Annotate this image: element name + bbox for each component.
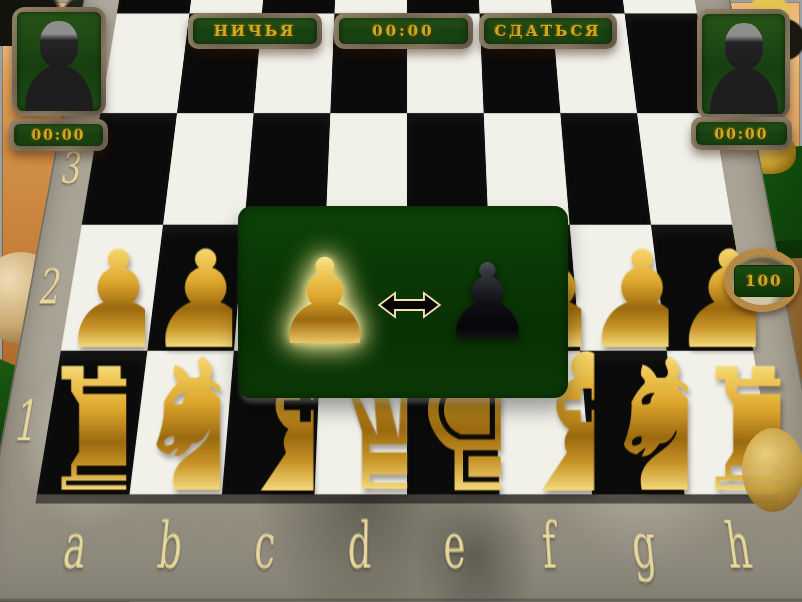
black-pawn-option[interactable]: ♟ [441, 250, 534, 354]
game-window: 87654321abcdefgh ♜♞♝♛♚♝♞♜♟♟♟♟♟♟♟♟♟♟♟♟♟♟♟… [0, 0, 802, 602]
avatar-head-silhouette [40, 21, 78, 67]
file-label-d: d [310, 494, 407, 600]
swap-arrow-icon[interactable] [378, 281, 441, 329]
stake-badge: 100 [734, 265, 794, 297]
avatar-torso-silhouette [25, 65, 93, 111]
resign-button-label: СДАТЬСЯ [494, 22, 601, 40]
stake-value: 100 [745, 272, 782, 290]
file-label-f: f [500, 494, 601, 600]
file-label-c: c [213, 494, 314, 600]
file-label-g: g [592, 494, 698, 600]
left-player-avatar [12, 7, 106, 116]
file-label-e: e [407, 494, 504, 600]
right-player-clock-value: 00:00 [714, 126, 768, 142]
game-clock-panel: 00:00 [334, 13, 473, 49]
file-label-a: a [19, 494, 129, 600]
piece-white-knight-b1[interactable]: ♞ [126, 335, 220, 518]
avatar-torso-silhouette [710, 68, 778, 114]
draw-button-label: НИЧЬЯ [214, 22, 297, 40]
white-pawn-option[interactable]: ♟ [272, 243, 378, 361]
right-player-avatar [697, 9, 790, 119]
left-player-clock-value: 00:00 [31, 127, 85, 143]
side-select-dialog: ♟ ♟ [238, 206, 568, 398]
gold-coin-front [742, 428, 802, 512]
right-player-clock: 00:00 [691, 117, 792, 150]
avatar-head-silhouette [725, 23, 763, 69]
resign-button[interactable]: СДАТЬСЯ [479, 13, 617, 49]
left-player-clock: 00:00 [9, 119, 108, 151]
file-label-b: b [116, 494, 222, 600]
draw-button[interactable]: НИЧЬЯ [188, 13, 322, 49]
game-clock-value: 00:00 [372, 22, 434, 40]
